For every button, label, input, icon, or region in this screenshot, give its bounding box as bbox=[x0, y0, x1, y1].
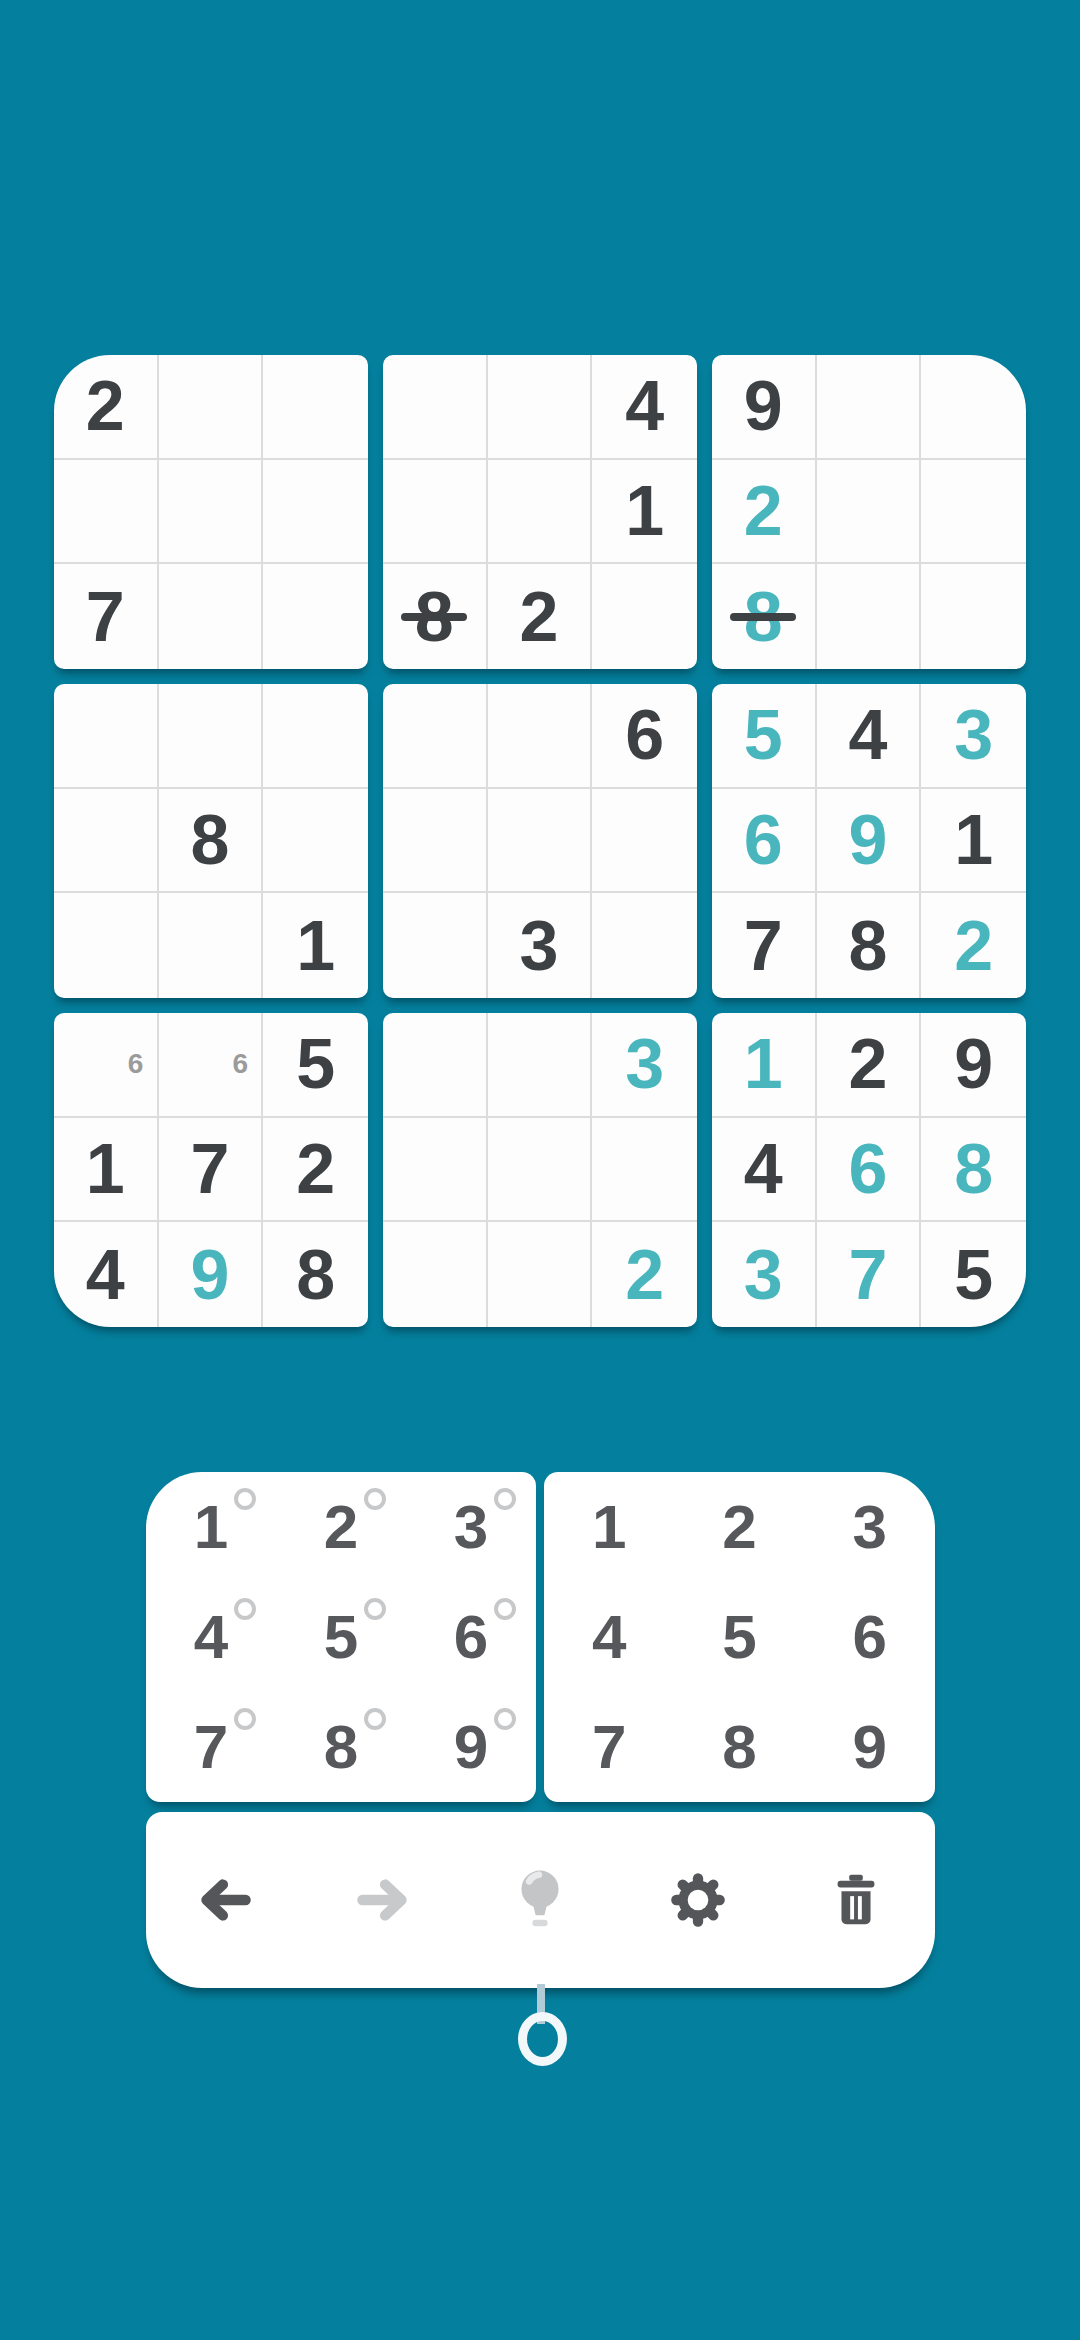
given-digit: 1 bbox=[86, 1134, 125, 1204]
box-1-3: 928 bbox=[712, 355, 1026, 669]
cell-r8c9[interactable]: 8 bbox=[921, 1118, 1026, 1223]
cell-r6c6[interactable] bbox=[592, 893, 697, 998]
cell-r7c9[interactable]: 9 bbox=[921, 1013, 1026, 1118]
notes-pad-button-1[interactable]: 1 bbox=[146, 1472, 276, 1582]
cell-r3c6[interactable] bbox=[592, 564, 697, 669]
box-1-2: 4182 bbox=[383, 355, 697, 669]
cell-r2c6[interactable]: 1 bbox=[592, 460, 697, 565]
given-digit: 8 bbox=[849, 911, 888, 981]
given-digit: 9 bbox=[744, 371, 783, 441]
cell-r3c5[interactable]: 2 bbox=[488, 564, 593, 669]
cell-r1c5[interactable] bbox=[488, 355, 593, 460]
hint-button[interactable] bbox=[462, 1812, 620, 1988]
pull-handle[interactable] bbox=[518, 2012, 567, 2066]
conflict-strike-line bbox=[401, 613, 467, 621]
number-pad-button-3[interactable]: 3 bbox=[805, 1472, 935, 1582]
cell-r1c8[interactable] bbox=[817, 355, 922, 460]
cell-r4c9[interactable]: 3 bbox=[921, 684, 1026, 789]
pad-digit: 9 bbox=[853, 1716, 887, 1778]
cell-r2c2[interactable] bbox=[159, 460, 264, 565]
number-pad-button-6[interactable]: 6 bbox=[805, 1582, 935, 1692]
box-2-1: 81 bbox=[54, 684, 368, 998]
cell-r5c1[interactable] bbox=[54, 789, 159, 894]
cell-r2c5[interactable] bbox=[488, 460, 593, 565]
cell-r8c6[interactable] bbox=[592, 1118, 697, 1223]
given-digit: 1 bbox=[625, 476, 664, 546]
erase-button[interactable] bbox=[777, 1812, 935, 1988]
box-2-2: 63 bbox=[383, 684, 697, 998]
cell-r5c8[interactable]: 9 bbox=[817, 789, 922, 894]
cell-r2c4[interactable] bbox=[383, 460, 488, 565]
cell-r6c1[interactable] bbox=[54, 893, 159, 998]
gear-icon bbox=[665, 1867, 731, 1933]
pad-digit: 8 bbox=[722, 1716, 756, 1778]
cell-r9c4[interactable] bbox=[383, 1222, 488, 1327]
pad-digit: 8 bbox=[324, 1716, 358, 1778]
cell-r4c3[interactable] bbox=[263, 684, 368, 789]
cell-r1c6[interactable]: 4 bbox=[592, 355, 697, 460]
cell-r5c7[interactable]: 6 bbox=[712, 789, 817, 894]
entered-digit: 2 bbox=[744, 476, 783, 546]
cell-r5c5[interactable] bbox=[488, 789, 593, 894]
given-digit: 4 bbox=[744, 1134, 783, 1204]
cell-r7c3[interactable]: 5 bbox=[263, 1013, 368, 1118]
cell-r4c8[interactable]: 4 bbox=[817, 684, 922, 789]
toolbar bbox=[146, 1812, 935, 1988]
cell-r4c2[interactable] bbox=[159, 684, 264, 789]
entered-digit: 2 bbox=[625, 1240, 664, 1310]
cell-r6c5[interactable]: 3 bbox=[488, 893, 593, 998]
pad-digit: 7 bbox=[592, 1716, 626, 1778]
cell-r3c8[interactable] bbox=[817, 564, 922, 669]
cell-r4c1[interactable] bbox=[54, 684, 159, 789]
cell-r3c9[interactable] bbox=[921, 564, 1026, 669]
cell-r4c4[interactable] bbox=[383, 684, 488, 789]
given-digit: 7 bbox=[86, 582, 125, 652]
notes-pad-button-3[interactable]: 3 bbox=[406, 1472, 536, 1582]
entered-digit: 7 bbox=[849, 1240, 888, 1310]
cell-r1c9[interactable] bbox=[921, 355, 1026, 460]
given-digit: 2 bbox=[86, 371, 125, 441]
notes-ring-icon bbox=[364, 1488, 386, 1510]
cell-r4c5[interactable] bbox=[488, 684, 593, 789]
cell-r3c3[interactable] bbox=[263, 564, 368, 669]
cell-r1c7[interactable]: 9 bbox=[712, 355, 817, 460]
number-pad-button-8[interactable]: 8 bbox=[674, 1692, 804, 1802]
cell-r9c1[interactable]: 4 bbox=[54, 1222, 159, 1327]
pencil-mark: 6 bbox=[120, 1048, 150, 1080]
entered-digit: 9 bbox=[191, 1240, 230, 1310]
notes-pad-button-6[interactable]: 6 bbox=[406, 1582, 536, 1692]
cell-r6c2[interactable] bbox=[159, 893, 264, 998]
cell-r8c4[interactable] bbox=[383, 1118, 488, 1223]
notes-ring-icon bbox=[494, 1488, 516, 1510]
entered-digit: 3 bbox=[744, 1240, 783, 1310]
notes-ring-icon bbox=[234, 1708, 256, 1730]
cell-r8c8[interactable]: 6 bbox=[817, 1118, 922, 1223]
given-digit: 3 bbox=[520, 911, 559, 981]
number-pad-button-2[interactable]: 2 bbox=[674, 1472, 804, 1582]
cell-r7c1[interactable]: 6 bbox=[54, 1013, 159, 1118]
redo-button[interactable] bbox=[304, 1812, 462, 1988]
entered-digit: 1 bbox=[744, 1029, 783, 1099]
box-3-2: 32 bbox=[383, 1013, 697, 1327]
entered-digit: 6 bbox=[849, 1134, 888, 1204]
notes-ring-icon bbox=[494, 1708, 516, 1730]
cell-r9c6[interactable]: 2 bbox=[592, 1222, 697, 1327]
pencil-mark-grid: 6 bbox=[60, 1019, 151, 1110]
cell-r2c1[interactable] bbox=[54, 460, 159, 565]
entered-digit: 8 bbox=[954, 1134, 993, 1204]
notes-pad-button-8[interactable]: 8 bbox=[276, 1692, 406, 1802]
number-pad-button-5[interactable]: 5 bbox=[674, 1582, 804, 1692]
cell-r9c5[interactable] bbox=[488, 1222, 593, 1327]
number-pad-button-4[interactable]: 4 bbox=[544, 1582, 674, 1692]
cell-r2c9[interactable] bbox=[921, 460, 1026, 565]
given-digit: 8 bbox=[191, 805, 230, 875]
number-pad-button-7[interactable]: 7 bbox=[544, 1692, 674, 1802]
cell-r1c4[interactable] bbox=[383, 355, 488, 460]
cell-r2c7[interactable]: 2 bbox=[712, 460, 817, 565]
cell-r3c2[interactable] bbox=[159, 564, 264, 669]
cell-r6c3[interactable]: 1 bbox=[263, 893, 368, 998]
box-1-1: 27 bbox=[54, 355, 368, 669]
entered-digit: 3 bbox=[625, 1029, 664, 1099]
given-digit: 2 bbox=[849, 1029, 888, 1099]
trash-icon bbox=[825, 1869, 887, 1931]
cell-r7c8[interactable]: 2 bbox=[817, 1013, 922, 1118]
redo-arrow-icon bbox=[350, 1867, 416, 1933]
notes-pad-button-5[interactable]: 5 bbox=[276, 1582, 406, 1692]
box-2-3: 543691782 bbox=[712, 684, 1026, 998]
cell-r8c3[interactable]: 2 bbox=[263, 1118, 368, 1223]
cell-r3c4[interactable]: 8 bbox=[383, 564, 488, 669]
pencil-mark-grid: 6 bbox=[165, 1019, 256, 1110]
cell-r8c7[interactable]: 4 bbox=[712, 1118, 817, 1223]
entered-digit: 5 bbox=[744, 700, 783, 770]
cell-r8c2[interactable]: 7 bbox=[159, 1118, 264, 1223]
given-digit: 6 bbox=[625, 700, 664, 770]
pencil-mark: 6 bbox=[225, 1048, 255, 1080]
entered-digit: 3 bbox=[954, 700, 993, 770]
cell-r5c9[interactable]: 1 bbox=[921, 789, 1026, 894]
entered-digit: 6 bbox=[744, 805, 783, 875]
pad-digit: 3 bbox=[454, 1496, 488, 1558]
cell-r2c3[interactable] bbox=[263, 460, 368, 565]
notes-pad-button-4[interactable]: 4 bbox=[146, 1582, 276, 1692]
number-numpad: 123456789 bbox=[544, 1472, 935, 1802]
cell-r1c3[interactable] bbox=[263, 355, 368, 460]
cell-r6c9[interactable]: 2 bbox=[921, 893, 1026, 998]
box-3-3: 129468375 bbox=[712, 1013, 1026, 1327]
cell-r7c2[interactable]: 6 bbox=[159, 1013, 264, 1118]
cell-r6c4[interactable] bbox=[383, 893, 488, 998]
given-digit: 1 bbox=[296, 911, 335, 981]
notes-ring-icon bbox=[234, 1598, 256, 1620]
cell-r7c4[interactable] bbox=[383, 1013, 488, 1118]
notes-numpad: 123456789 bbox=[146, 1472, 536, 1802]
pad-digit: 4 bbox=[194, 1606, 228, 1668]
pad-digit: 3 bbox=[853, 1496, 887, 1558]
cell-r7c5[interactable] bbox=[488, 1013, 593, 1118]
undo-arrow-icon bbox=[192, 1867, 258, 1933]
cell-r9c2[interactable]: 9 bbox=[159, 1222, 264, 1327]
cell-r5c3[interactable] bbox=[263, 789, 368, 894]
cell-r7c7[interactable]: 1 bbox=[712, 1013, 817, 1118]
number-pad-button-1[interactable]: 1 bbox=[544, 1472, 674, 1582]
cell-r3c7[interactable]: 8 bbox=[712, 564, 817, 669]
given-digit: 4 bbox=[86, 1240, 125, 1310]
pad-digit: 6 bbox=[853, 1606, 887, 1668]
cell-r6c7[interactable]: 7 bbox=[712, 893, 817, 998]
conflict-strike-line bbox=[730, 613, 796, 621]
cell-r1c2[interactable] bbox=[159, 355, 264, 460]
notes-ring-icon bbox=[494, 1598, 516, 1620]
given-digit: 4 bbox=[849, 700, 888, 770]
cell-r9c8[interactable]: 7 bbox=[817, 1222, 922, 1327]
entered-digit: 9 bbox=[849, 805, 888, 875]
given-digit: 8 bbox=[296, 1240, 335, 1310]
given-digit: 2 bbox=[296, 1134, 335, 1204]
cell-r9c3[interactable]: 8 bbox=[263, 1222, 368, 1327]
pad-digit: 5 bbox=[324, 1606, 358, 1668]
cell-r6c8[interactable]: 8 bbox=[817, 893, 922, 998]
sudoku-screen: 2741829288163543691782665172498321294683… bbox=[0, 0, 1080, 2340]
cell-r8c5[interactable] bbox=[488, 1118, 593, 1223]
notes-pad-button-2[interactable]: 2 bbox=[276, 1472, 406, 1582]
given-digit: 9 bbox=[954, 1029, 993, 1099]
cell-r5c4[interactable] bbox=[383, 789, 488, 894]
cell-r9c7[interactable]: 3 bbox=[712, 1222, 817, 1327]
given-digit: 4 bbox=[625, 371, 664, 441]
cell-r5c2[interactable]: 8 bbox=[159, 789, 264, 894]
given-digit: 5 bbox=[954, 1240, 993, 1310]
pad-digit: 9 bbox=[454, 1716, 488, 1778]
box-3-1: 665172498 bbox=[54, 1013, 368, 1327]
notes-pad-button-9[interactable]: 9 bbox=[406, 1692, 536, 1802]
sudoku-board: 2741829288163543691782665172498321294683… bbox=[54, 355, 1026, 1327]
settings-button[interactable] bbox=[619, 1812, 777, 1988]
pad-digit: 6 bbox=[454, 1606, 488, 1668]
given-digit: 2 bbox=[520, 582, 559, 652]
cell-r3c1[interactable]: 7 bbox=[54, 564, 159, 669]
cell-r2c8[interactable] bbox=[817, 460, 922, 565]
notes-ring-icon bbox=[234, 1488, 256, 1510]
given-digit: 7 bbox=[191, 1134, 230, 1204]
cell-r4c6[interactable]: 6 bbox=[592, 684, 697, 789]
pad-digit: 2 bbox=[324, 1496, 358, 1558]
lightbulb-icon bbox=[505, 1865, 575, 1935]
cell-r8c1[interactable]: 1 bbox=[54, 1118, 159, 1223]
pad-digit: 4 bbox=[592, 1606, 626, 1668]
given-digit: 7 bbox=[744, 911, 783, 981]
cell-r5c6[interactable] bbox=[592, 789, 697, 894]
given-digit: 5 bbox=[296, 1029, 335, 1099]
notes-ring-icon bbox=[364, 1598, 386, 1620]
notes-pad-button-7[interactable]: 7 bbox=[146, 1692, 276, 1802]
entered-digit: 2 bbox=[954, 911, 993, 981]
pad-digit: 1 bbox=[194, 1496, 228, 1558]
cell-r4c7[interactable]: 5 bbox=[712, 684, 817, 789]
pad-digit: 7 bbox=[194, 1716, 228, 1778]
cell-r7c6[interactable]: 3 bbox=[592, 1013, 697, 1118]
pad-digit: 1 bbox=[592, 1496, 626, 1558]
given-digit: 1 bbox=[954, 805, 993, 875]
notes-ring-icon bbox=[364, 1708, 386, 1730]
pad-digit: 5 bbox=[722, 1606, 756, 1668]
cell-r9c9[interactable]: 5 bbox=[921, 1222, 1026, 1327]
cell-r1c1[interactable]: 2 bbox=[54, 355, 159, 460]
pad-digit: 2 bbox=[722, 1496, 756, 1558]
number-pad-button-9[interactable]: 9 bbox=[805, 1692, 935, 1802]
undo-button[interactable] bbox=[146, 1812, 304, 1988]
